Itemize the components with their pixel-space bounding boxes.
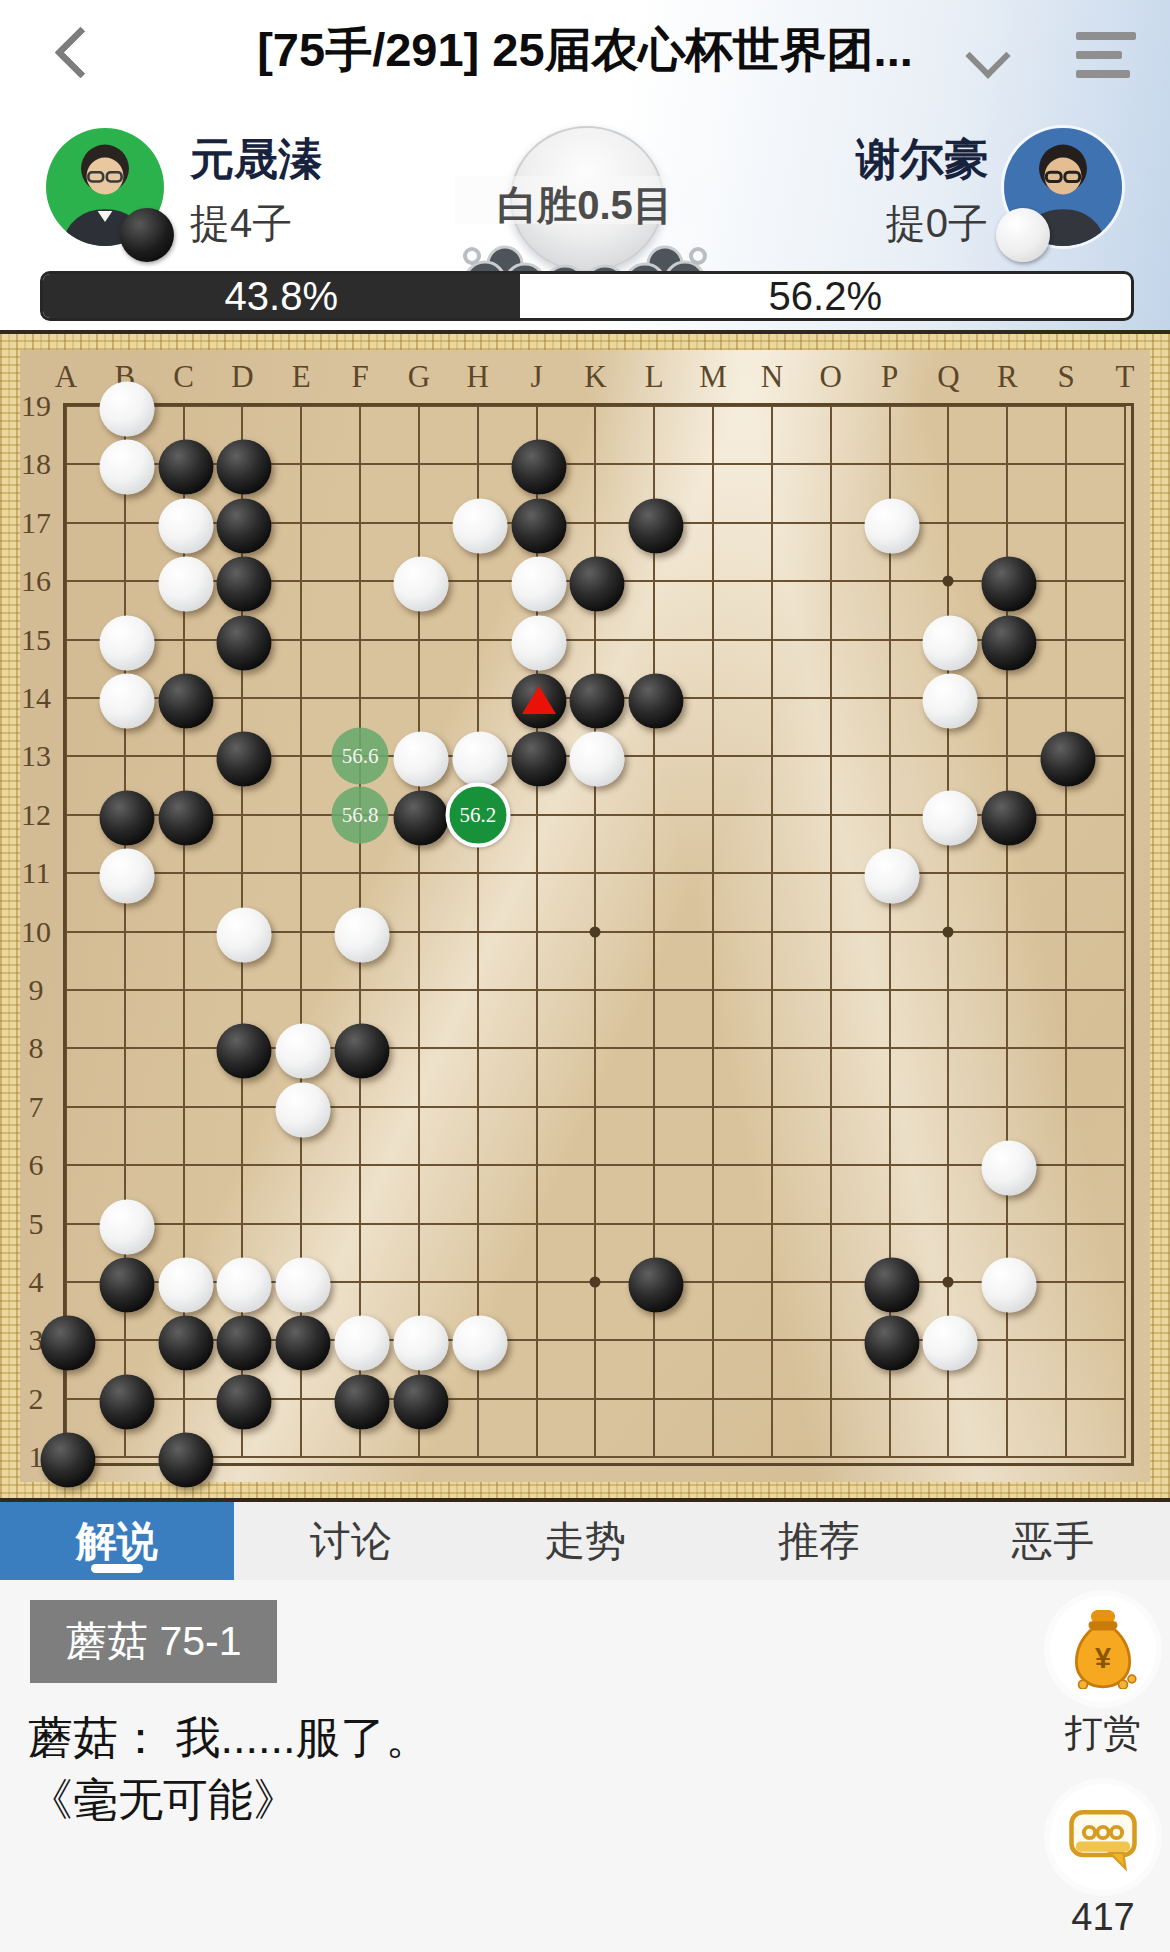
board-row-label: 19	[21, 389, 51, 423]
stone-black	[99, 1258, 154, 1313]
stone-white	[452, 1316, 507, 1371]
board-col-label: M	[699, 359, 727, 395]
stone-black	[217, 1024, 272, 1079]
white-player-captures: 提0子	[886, 196, 988, 251]
board-row-label: 18	[21, 447, 51, 481]
stone-black	[158, 1433, 213, 1488]
stone-white	[452, 498, 507, 553]
star-point	[943, 576, 954, 587]
stone-white	[923, 615, 978, 670]
stone-black	[570, 557, 625, 612]
star-point	[943, 926, 954, 937]
stone-white	[99, 615, 154, 670]
tab-bad-moves[interactable]: 恶手	[936, 1502, 1170, 1580]
board-col-label: E	[292, 359, 311, 395]
stone-white	[99, 674, 154, 729]
board-col-label: Q	[937, 359, 959, 395]
stone-black	[864, 1258, 919, 1313]
result-text: 白胜0.5目	[455, 178, 715, 233]
stone-white	[982, 1141, 1037, 1196]
stone-white	[276, 1258, 331, 1313]
stone-white	[276, 1082, 331, 1137]
hamburger-menu-icon[interactable]	[1076, 32, 1138, 80]
tab-recommend[interactable]: 推荐	[702, 1502, 936, 1580]
last-move-marker	[522, 686, 556, 714]
stone-white	[158, 1258, 213, 1313]
board-row-label: 8	[29, 1031, 44, 1065]
stone-black	[982, 615, 1037, 670]
stone-white	[923, 790, 978, 845]
star-point	[590, 1277, 601, 1288]
comment-text: 蘑菇： 我......服了。	[28, 1708, 431, 1768]
stone-black	[158, 790, 213, 845]
stone-black	[99, 790, 154, 845]
board-row-label: 13	[21, 739, 51, 773]
white-player-name: 谢尔豪	[856, 130, 988, 189]
board-row-label: 17	[21, 506, 51, 540]
board-row-label: 14	[21, 681, 51, 715]
board-col-label: K	[584, 359, 606, 395]
reward-button[interactable]: ¥ 打赏	[1038, 1596, 1168, 1759]
stone-white	[393, 557, 448, 612]
board-col-label: D	[231, 359, 253, 395]
stone-black	[1041, 732, 1096, 787]
stone-black	[217, 732, 272, 787]
stone-black	[99, 1374, 154, 1429]
stone-black	[217, 498, 272, 553]
board-row-label: 15	[21, 623, 51, 657]
board-row-label: 6	[29, 1148, 44, 1182]
stone-white	[393, 1316, 448, 1371]
stone-black	[217, 440, 272, 495]
reward-label: 打赏	[1038, 1708, 1168, 1759]
stone-black	[570, 674, 625, 729]
board-col-label: H	[467, 359, 489, 395]
go-board[interactable]: ABCDEFGHJKLMNOPQRST191817161514131211109…	[0, 330, 1170, 1502]
board-row-label: 4	[29, 1265, 44, 1299]
board-col-label: N	[761, 359, 783, 395]
chevron-down-icon[interactable]	[965, 33, 1010, 78]
black-win-rate: 43.8%	[43, 274, 520, 318]
stone-black	[217, 557, 272, 612]
stone-white	[217, 907, 272, 962]
board-row-label: 9	[29, 973, 44, 1007]
stone-white	[511, 557, 566, 612]
board-row-label: 2	[29, 1382, 44, 1416]
board-col-label: F	[352, 359, 369, 395]
stone-white	[99, 1199, 154, 1254]
tab-trend[interactable]: 走势	[468, 1502, 702, 1580]
stone-black	[393, 1374, 448, 1429]
stone-black	[393, 790, 448, 845]
stone-black	[217, 1374, 272, 1429]
comments-button[interactable]: 417	[1038, 1784, 1168, 1939]
stone-white	[335, 1316, 390, 1371]
stone-white	[452, 732, 507, 787]
stone-black	[511, 498, 566, 553]
board-row-label: 11	[22, 856, 51, 890]
stone-white	[393, 732, 448, 787]
stone-white	[158, 498, 213, 553]
stone-white	[923, 674, 978, 729]
chat-bubble-icon	[1067, 1801, 1139, 1873]
suggestion-H12[interactable]: 56.2	[445, 782, 510, 847]
star-point	[590, 926, 601, 937]
stone-white	[99, 440, 154, 495]
comments-count: 417	[1038, 1896, 1168, 1939]
header: [75手/291] 25届农心杯世界团... 元晟溱 提4子 谢尔豪 提0子	[0, 0, 1170, 330]
stone-black	[982, 557, 1037, 612]
black-player-name: 元晟溱	[190, 130, 322, 189]
board-col-label: S	[1057, 359, 1074, 395]
stone-white	[570, 732, 625, 787]
commentary-panel: 蘑菇 75-1 蘑菇： 我......服了。 《毫无可能》 ¥ 打赏	[0, 1580, 1170, 1952]
stone-black	[41, 1316, 96, 1371]
board-row-label: 7	[29, 1090, 44, 1124]
stone-black	[158, 1316, 213, 1371]
win-rate-bar: 43.8% 56.2%	[40, 271, 1134, 321]
tab-discussion[interactable]: 讨论	[234, 1502, 468, 1580]
board-row-label: 12	[21, 798, 51, 832]
board-col-label: G	[408, 359, 430, 395]
tab-bar: 解说讨论走势推荐恶手	[0, 1502, 1170, 1580]
stone-white	[864, 498, 919, 553]
stone-white	[99, 382, 154, 437]
stone-white	[276, 1024, 331, 1079]
black-player-captures: 提4子	[190, 196, 292, 251]
board-col-label: C	[173, 359, 194, 395]
stone-black	[217, 615, 272, 670]
board-col-label: P	[881, 359, 898, 395]
result-medal: 白胜0.5目	[455, 126, 715, 286]
stone-white	[335, 907, 390, 962]
stone-black	[41, 1433, 96, 1488]
stone-black	[629, 1258, 684, 1313]
stone-white	[99, 849, 154, 904]
board-col-label: A	[55, 359, 77, 395]
board-col-label: L	[645, 359, 664, 395]
white-win-rate: 56.2%	[520, 274, 1131, 318]
back-icon[interactable]	[54, 26, 106, 78]
comment-text: 《毫无可能》	[28, 1770, 298, 1830]
stone-white	[511, 615, 566, 670]
white-stone-badge	[996, 208, 1050, 262]
black-stone-badge	[120, 208, 174, 262]
stone-black	[217, 1316, 272, 1371]
board-col-label: T	[1115, 359, 1134, 395]
stone-black	[158, 674, 213, 729]
stone-white	[158, 557, 213, 612]
board-col-label: O	[820, 359, 842, 395]
stone-white	[217, 1258, 272, 1313]
board-col-label: J	[531, 359, 543, 395]
stone-black	[629, 498, 684, 553]
stone-black	[335, 1024, 390, 1079]
stone-white	[982, 1258, 1037, 1313]
stone-black	[511, 732, 566, 787]
stone-black	[982, 790, 1037, 845]
tab-commentary[interactable]: 解说	[0, 1502, 234, 1580]
suggestion-F13[interactable]: 56.6	[332, 728, 389, 785]
suggestion-F12[interactable]: 56.8	[332, 786, 389, 843]
board-row-label: 16	[21, 564, 51, 598]
stone-black	[864, 1316, 919, 1371]
board-row-label: 10	[21, 915, 51, 949]
move-badge: 蘑菇 75-1	[30, 1600, 277, 1683]
stone-black	[335, 1374, 390, 1429]
board-row-label: 5	[29, 1207, 44, 1241]
stone-black	[629, 674, 684, 729]
money-bag-icon: ¥	[1067, 1609, 1139, 1689]
page-title: [75手/291] 25届农心杯世界团...	[257, 19, 913, 82]
star-point	[943, 1277, 954, 1288]
svg-text:¥: ¥	[1095, 1642, 1111, 1674]
stone-white	[923, 1316, 978, 1371]
stone-black	[511, 440, 566, 495]
stone-white	[864, 849, 919, 904]
board-col-label: R	[997, 359, 1018, 395]
stone-black	[158, 440, 213, 495]
stone-black	[276, 1316, 331, 1371]
